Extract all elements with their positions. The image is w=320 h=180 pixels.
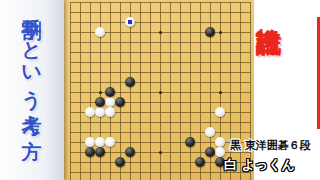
left-caption-text: 手割りという考え方 [21,2,43,125]
star-point [159,31,162,34]
grid-line-vertical [120,2,121,180]
stone-black-F9 [115,97,125,107]
stone-white-D16 [95,27,105,37]
stone-white-Q5 [215,137,225,147]
stone-white-E5 [105,137,115,147]
grid-line-vertical [180,2,181,180]
thumbnail-stage: 手割りという考え方 自戦譜検討 黒 東洋囲碁６段 白 よっくん [0,0,320,180]
stone-white-E8 [105,107,115,117]
grid-line-vertical [80,2,81,180]
star-point [159,151,162,154]
white-player-label: 白 よっくん [224,156,295,174]
grid-line-horizontal [70,132,251,133]
right-title-panel: 自戦譜検討 [254,0,320,180]
stone-white-G17 [125,17,135,27]
stone-white-D8 [95,107,105,117]
stone-black-P16 [205,27,215,37]
stone-black-N5 [185,137,195,147]
left-caption-panel: 手割りという考え方 [0,0,64,180]
grid-line-vertical [150,2,151,180]
grid-line-vertical [140,2,141,180]
stone-white-C5 [85,137,95,147]
last-move-marker [128,20,132,24]
stone-black-E10 [105,87,115,97]
grid-line-vertical [70,2,71,180]
black-player-label: 黒 東洋囲碁６段 [230,138,311,153]
stone-black-P4 [205,147,215,157]
stone-black-F3 [115,157,125,167]
grid-line-vertical [200,2,201,180]
stone-white-C8 [85,107,95,117]
grid-line-vertical [240,2,241,180]
stone-black-D4 [95,147,105,157]
star-point [99,91,102,94]
stone-white-E9 [105,97,115,107]
grid-line-horizontal [70,122,251,123]
stone-black-O3 [195,157,205,167]
grid-line-vertical [250,2,251,180]
grid-line-vertical [170,2,171,180]
star-point [219,31,222,34]
stone-black-C4 [85,147,95,157]
grid-line-vertical [190,2,191,180]
star-point [159,91,162,94]
stone-white-P6 [205,127,215,137]
stone-white-Q8 [215,107,225,117]
grid-line-vertical [230,2,231,180]
stone-white-D5 [95,137,105,147]
stone-black-G11 [125,77,135,87]
go-board [62,0,256,180]
star-point [219,91,222,94]
stone-black-G4 [125,147,135,157]
stone-black-D9 [95,97,105,107]
